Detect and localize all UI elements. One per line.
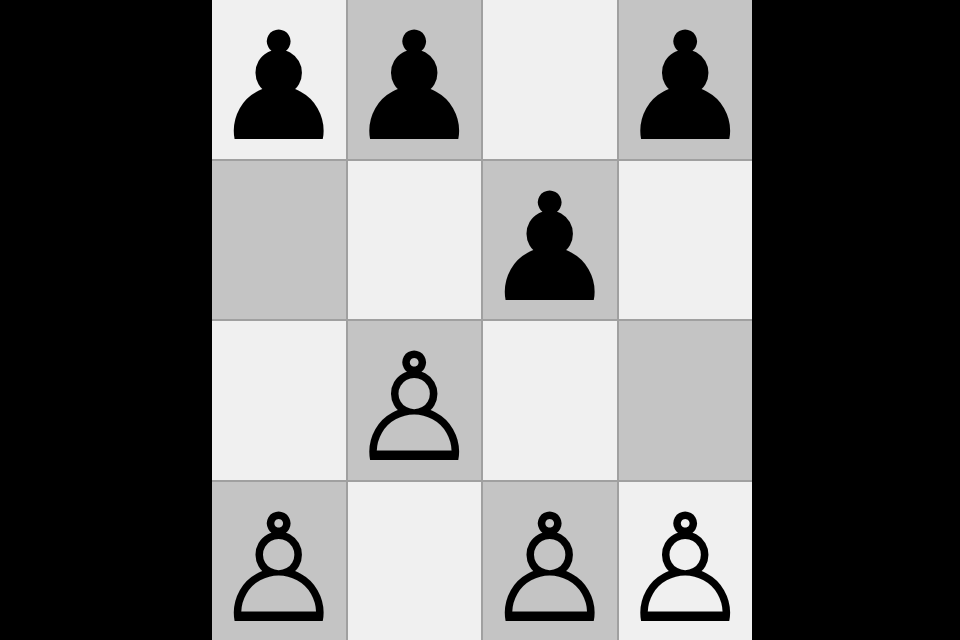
black-pawn[interactable]: ♟ [483, 173, 617, 319]
black-pawn[interactable]: ♟ [212, 12, 346, 158]
square-r4c2[interactable] [348, 482, 482, 640]
square-r3c2[interactable]: ♙ [348, 321, 482, 480]
square-r3c3[interactable] [483, 321, 617, 480]
square-r3c4[interactable] [619, 321, 753, 480]
chess-board: ♟♟♟♟♙♙♙♙ [212, 0, 752, 640]
square-r4c1[interactable]: ♙ [212, 482, 346, 640]
black-pawn[interactable]: ♟ [619, 12, 753, 158]
white-pawn[interactable]: ♙ [483, 494, 617, 640]
square-r4c4[interactable]: ♙ [619, 482, 753, 640]
white-pawn[interactable]: ♙ [348, 333, 482, 479]
square-r3c1[interactable] [212, 321, 346, 480]
white-pawn[interactable]: ♙ [619, 494, 753, 640]
square-r4c3[interactable]: ♙ [483, 482, 617, 640]
white-pawn[interactable]: ♙ [212, 494, 346, 640]
square-r2c4[interactable] [619, 161, 753, 320]
square-r2c2[interactable] [348, 161, 482, 320]
black-pawn[interactable]: ♟ [348, 12, 482, 158]
square-r1c3[interactable] [483, 0, 617, 159]
square-r1c1[interactable]: ♟ [212, 0, 346, 159]
square-r2c3[interactable]: ♟ [483, 161, 617, 320]
square-r1c2[interactable]: ♟ [348, 0, 482, 159]
square-r1c4[interactable]: ♟ [619, 0, 753, 159]
square-r2c1[interactable] [212, 161, 346, 320]
